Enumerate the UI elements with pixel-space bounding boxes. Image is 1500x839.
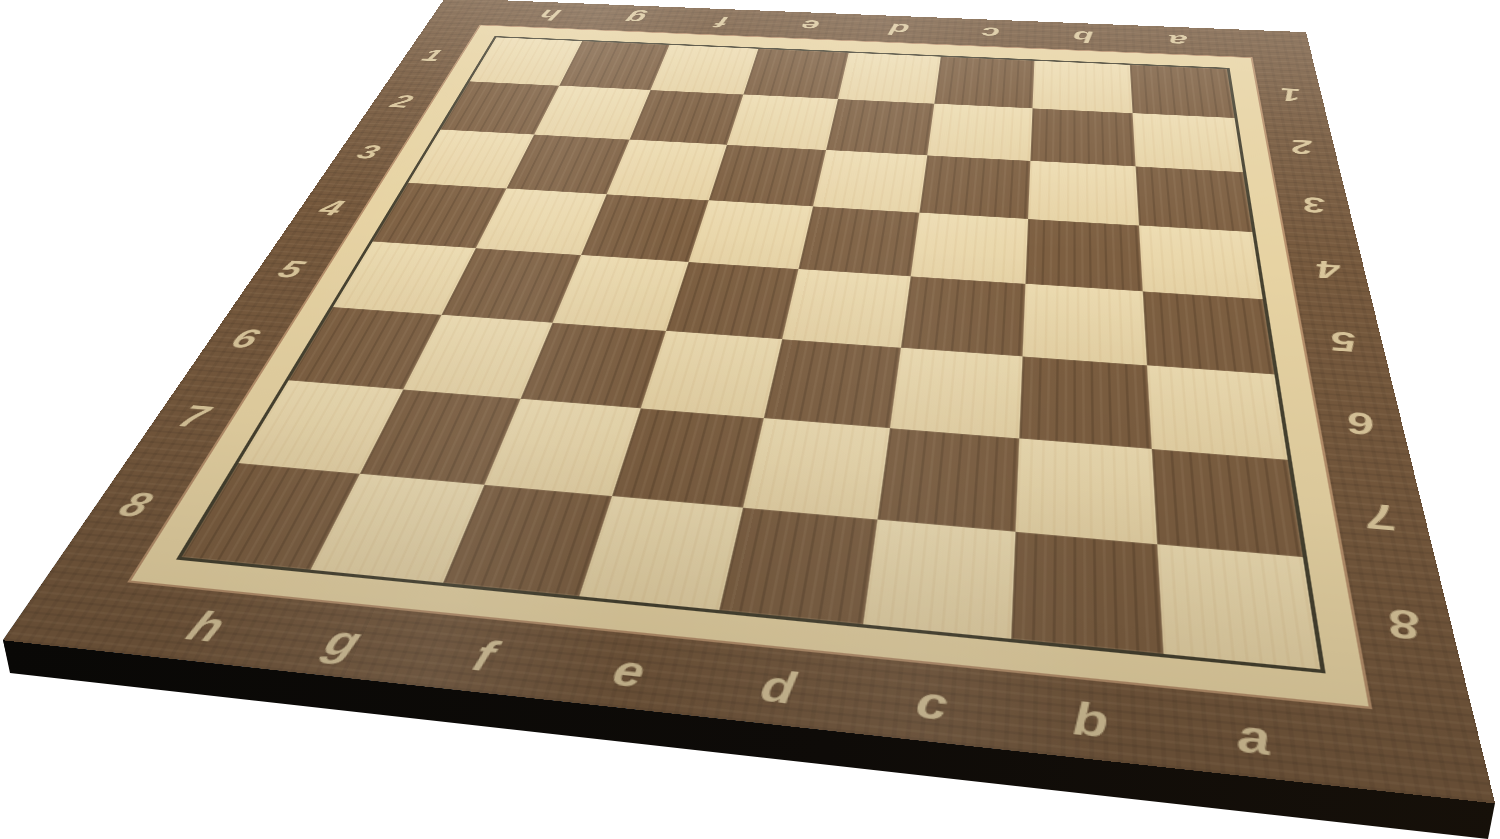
file-label-bottom-b: b (1073, 695, 1109, 745)
file-label-bottom-e: e (608, 648, 649, 694)
file-label-top-f: f (714, 14, 730, 29)
scene: hhggffeeddccbbaa1122334455667788 (0, 0, 1500, 839)
rank-label-right-7: 7 (1363, 497, 1400, 535)
rank-label-left-6: 6 (226, 325, 265, 353)
file-label-top-d: d (888, 21, 911, 37)
file-label-top-b: b (1073, 28, 1094, 45)
rank-label-right-3: 3 (1301, 193, 1328, 216)
rank-label-right-6: 6 (1345, 406, 1379, 439)
file-label-bottom-c: c (914, 679, 949, 727)
file-label-top-a: a (1167, 32, 1188, 49)
rank-label-right-8: 8 (1384, 601, 1424, 645)
rank-label-left-5: 5 (273, 257, 309, 282)
rank-label-left-1: 1 (418, 47, 446, 64)
rank-label-right-1: 1 (1279, 85, 1303, 104)
file-label-top-e: e (799, 17, 821, 33)
file-label-bottom-g: g (318, 619, 368, 663)
file-label-top-c: c (981, 24, 1001, 40)
rank-label-left-7: 7 (173, 400, 216, 432)
file-label-bottom-h: h (180, 605, 232, 648)
file-label-bottom-a: a (1235, 712, 1273, 763)
rank-label-right-4: 4 (1314, 256, 1343, 282)
file-label-top-h: h (537, 7, 564, 22)
file-label-bottom-f: f (468, 634, 501, 678)
rank-label-right-5: 5 (1328, 327, 1360, 356)
rank-label-left-2: 2 (387, 92, 417, 110)
file-label-bottom-d: d (757, 663, 798, 711)
rank-label-left-4: 4 (315, 196, 349, 218)
rank-label-right-2: 2 (1289, 136, 1315, 157)
rank-label-left-8: 8 (112, 486, 159, 522)
rank-label-left-3: 3 (353, 142, 385, 162)
file-label-top-g: g (623, 10, 649, 26)
